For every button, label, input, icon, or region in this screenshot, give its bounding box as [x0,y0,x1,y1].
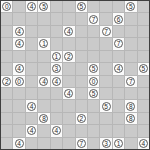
cell-r8c6[interactable] [76,100,87,111]
cell-r2c11[interactable] [138,26,149,37]
cell-r5c11[interactable]: 5 [138,63,149,74]
cell-r10c4[interactable]: 4 [51,125,62,136]
cell-r11c9[interactable]: 1 [113,138,124,149]
cell-r1c3[interactable] [38,13,49,24]
cell-r2c6[interactable] [76,26,87,37]
cell-r6c0[interactable]: 2 [1,76,12,87]
clue-circle-r11c9: 1 [114,139,123,148]
clue-circle-r6c7: 0 [89,77,98,86]
cell-r0c0[interactable]: 0 [1,1,12,12]
cell-r11c0[interactable] [1,138,12,149]
cell-r0c4[interactable] [51,1,62,12]
cell-r2c0[interactable] [1,26,12,37]
cell-r10c11[interactable] [138,125,149,136]
clue-circle-r2c8: 7 [102,27,111,36]
cell-r8c5[interactable] [63,100,74,111]
clue-circle-r9c6: 2 [77,114,86,123]
cell-r10c7[interactable] [88,125,99,136]
cell-r3c11[interactable] [138,38,149,49]
cell-r6c9[interactable] [113,76,124,87]
puzzle-stage: 0455576447417124354520440745458828444731… [0,0,150,150]
cell-r3c8[interactable] [100,38,111,49]
cell-r5c7[interactable]: 5 [88,63,99,74]
cell-r4c5[interactable]: 2 [63,51,74,62]
clue-circle-r5c11: 5 [139,64,148,73]
cell-r2c1[interactable]: 4 [13,26,24,37]
cell-r0c1[interactable] [13,1,24,12]
cell-r11c8[interactable]: 3 [100,138,111,149]
cell-r0c6[interactable]: 5 [76,1,87,12]
cell-r10c6[interactable] [76,125,87,136]
clue-circle-r10c4: 4 [52,126,61,135]
cell-r8c11[interactable] [138,100,149,111]
cell-r7c9[interactable] [113,88,124,99]
cell-r11c3[interactable] [38,138,49,149]
cell-r1c4[interactable] [51,13,62,24]
cell-r9c11[interactable] [138,113,149,124]
cell-r3c0[interactable] [1,38,12,49]
cell-r1c0[interactable] [1,13,12,24]
cell-r1c6[interactable] [76,13,87,24]
cell-r4c0[interactable] [1,51,12,62]
cell-r11c2[interactable] [26,138,37,149]
clue-circle-r3c9: 7 [114,39,123,48]
cell-r11c7[interactable] [88,138,99,149]
cell-r5c0[interactable] [1,63,12,74]
cell-r10c8[interactable] [100,125,111,136]
cell-r4c2[interactable] [26,51,37,62]
cell-r6c11[interactable] [138,76,149,87]
cell-r5c10[interactable] [125,63,136,74]
clue-circle-r0c3: 5 [39,2,48,11]
cell-r5c3[interactable] [38,63,49,74]
cell-r2c4[interactable] [51,26,62,37]
cell-r7c8[interactable] [100,88,111,99]
cell-r4c8[interactable] [100,51,111,62]
cell-r7c4[interactable] [51,88,62,99]
cell-r3c3[interactable]: 1 [38,38,49,49]
cell-r10c5[interactable] [63,125,74,136]
cell-r6c8[interactable] [100,76,111,87]
cell-r9c3[interactable]: 8 [38,113,49,124]
cell-r11c1[interactable]: 4 [13,138,24,149]
cell-r4c11[interactable] [138,51,149,62]
clue-circle-r7c7: 5 [89,89,98,98]
cell-r6c3[interactable]: 4 [38,76,49,87]
cell-r8c8[interactable]: 5 [100,100,111,111]
cell-r0c10[interactable]: 5 [125,1,136,12]
clue-circle-r10c2: 4 [27,126,36,135]
cell-r3c4[interactable] [51,38,62,49]
clue-circle-r5c1: 4 [15,64,24,73]
clue-circle-r1c7: 7 [89,15,98,24]
cell-r8c0[interactable] [1,100,12,111]
cell-r4c10[interactable] [125,51,136,62]
cell-r7c10[interactable] [125,88,136,99]
clue-circle-r8c8: 5 [102,102,111,111]
clue-circle-r6c0: 2 [2,77,11,86]
cell-r8c1[interactable] [13,100,24,111]
clue-circle-r0c10: 5 [126,2,135,11]
cell-r8c4[interactable] [51,100,62,111]
cell-r10c2[interactable]: 4 [26,125,37,136]
clue-circle-r4c4: 1 [52,52,61,61]
clue-circle-r5c9: 4 [114,64,123,73]
cell-r5c1[interactable]: 4 [13,63,24,74]
cell-r8c10[interactable]: 8 [125,100,136,111]
clue-circle-r6c1: 0 [15,77,24,86]
cell-r9c6[interactable]: 2 [76,113,87,124]
cell-r5c2[interactable] [26,63,37,74]
cell-r7c11[interactable] [138,88,149,99]
cell-r5c5[interactable] [63,63,74,74]
clue-circle-r3c3: 1 [39,39,48,48]
cell-r4c9[interactable] [113,51,124,62]
cell-r9c4[interactable] [51,113,62,124]
cell-r10c9[interactable] [113,125,124,136]
clue-circle-r8c10: 8 [126,102,135,111]
cell-r2c8[interactable]: 7 [100,26,111,37]
cell-r8c3[interactable] [38,100,49,111]
cell-r6c5[interactable] [63,76,74,87]
cell-r3c1[interactable]: 4 [13,38,24,49]
cell-r9c5[interactable] [63,113,74,124]
clue-circle-r11c11: 4 [139,139,148,148]
cell-r7c6[interactable] [76,88,87,99]
cell-r10c3[interactable] [38,125,49,136]
cell-r11c4[interactable] [51,138,62,149]
cell-r9c8[interactable] [100,113,111,124]
clue-circle-r6c4: 4 [52,77,61,86]
cell-r7c1[interactable] [13,88,24,99]
cell-r6c2[interactable] [26,76,37,87]
clue-circle-r6c3: 4 [39,77,48,86]
clue-circle-r6c10: 7 [126,77,135,86]
cell-r9c2[interactable] [26,113,37,124]
cell-r2c3[interactable] [38,26,49,37]
cell-r6c7[interactable]: 0 [88,76,99,87]
cell-r2c10[interactable] [125,26,136,37]
cell-r9c7[interactable] [88,113,99,124]
cell-r10c0[interactable] [1,125,12,136]
cell-r0c5[interactable] [63,1,74,12]
cell-r6c10[interactable]: 7 [125,76,136,87]
cell-r9c1[interactable] [13,113,24,124]
clue-circle-r7c5: 4 [64,89,73,98]
cell-r4c3[interactable] [38,51,49,62]
cell-r4c1[interactable] [13,51,24,62]
clue-circle-r11c6: 7 [77,139,86,148]
cell-r3c6[interactable] [76,38,87,49]
cell-r6c4[interactable]: 4 [51,76,62,87]
cell-r1c7[interactable]: 7 [88,13,99,24]
cell-r1c5[interactable] [63,13,74,24]
clue-circle-r9c3: 8 [39,114,48,123]
cell-r0c9[interactable] [113,1,124,12]
cell-r1c9[interactable]: 6 [113,13,124,24]
clue-circle-r5c4: 3 [52,64,61,73]
cell-r2c5[interactable]: 4 [63,26,74,37]
clue-circle-r0c0: 0 [2,2,11,11]
cell-r9c10[interactable]: 8 [125,113,136,124]
clue-circle-r9c10: 8 [126,114,135,123]
cell-r0c2[interactable]: 4 [26,1,37,12]
cell-r3c5[interactable] [63,38,74,49]
clue-circle-r4c5: 2 [64,52,73,61]
cell-r11c6[interactable]: 7 [76,138,87,149]
clue-circle-r0c2: 4 [27,2,36,11]
cell-r11c5[interactable] [63,138,74,149]
cell-r7c2[interactable] [26,88,37,99]
clue-circle-r3c1: 4 [15,39,24,48]
cell-r8c7[interactable] [88,100,99,111]
clue-circle-r1c9: 6 [114,15,123,24]
cell-r2c7[interactable] [88,26,99,37]
cell-r6c1[interactable]: 0 [13,76,24,87]
clue-circle-r0c6: 5 [77,2,86,11]
cell-r3c7[interactable] [88,38,99,49]
clue-circle-r2c1: 4 [15,27,24,36]
cell-r7c3[interactable] [38,88,49,99]
cell-r1c1[interactable] [13,13,24,24]
cell-r0c3[interactable]: 5 [38,1,49,12]
cell-r6c6[interactable] [76,76,87,87]
cell-r3c2[interactable] [26,38,37,49]
cell-r11c10[interactable] [125,138,136,149]
cell-r1c2[interactable] [26,13,37,24]
cell-r0c8[interactable] [100,1,111,12]
cell-r1c11[interactable] [138,13,149,24]
cell-r5c9[interactable]: 4 [113,63,124,74]
clue-circle-r2c5: 4 [64,27,73,36]
cell-r1c8[interactable] [100,13,111,24]
cell-r7c5[interactable]: 4 [63,88,74,99]
clue-circle-r8c2: 4 [27,102,36,111]
cell-r3c10[interactable] [125,38,136,49]
cell-r5c8[interactable] [100,63,111,74]
cell-r5c4[interactable]: 3 [51,63,62,74]
clue-circle-r11c1: 4 [15,139,24,148]
cell-r8c9[interactable] [113,100,124,111]
cell-r11c11[interactable]: 4 [138,138,149,149]
cell-r9c9[interactable] [113,113,124,124]
cell-r9c0[interactable] [1,113,12,124]
board: 0455576447417124354520440745458828444731… [0,0,150,150]
cell-r0c11[interactable] [138,1,149,12]
cell-r3c9[interactable]: 7 [113,38,124,49]
cell-r4c7[interactable] [88,51,99,62]
cell-r7c7[interactable]: 5 [88,88,99,99]
cell-r5c6[interactable] [76,63,87,74]
clue-circle-r11c8: 3 [102,139,111,148]
clue-circle-r5c7: 5 [89,64,98,73]
cell-r7c0[interactable] [1,88,12,99]
cell-r0c7[interactable] [88,1,99,12]
cell-r1c10[interactable] [125,13,136,24]
cell-r10c10[interactable] [125,125,136,136]
cell-r10c1[interactable] [13,125,24,136]
cell-r2c2[interactable] [26,26,37,37]
cell-r4c4[interactable]: 1 [51,51,62,62]
cell-r8c2[interactable]: 4 [26,100,37,111]
cell-r2c9[interactable] [113,26,124,37]
cell-r4c6[interactable] [76,51,87,62]
